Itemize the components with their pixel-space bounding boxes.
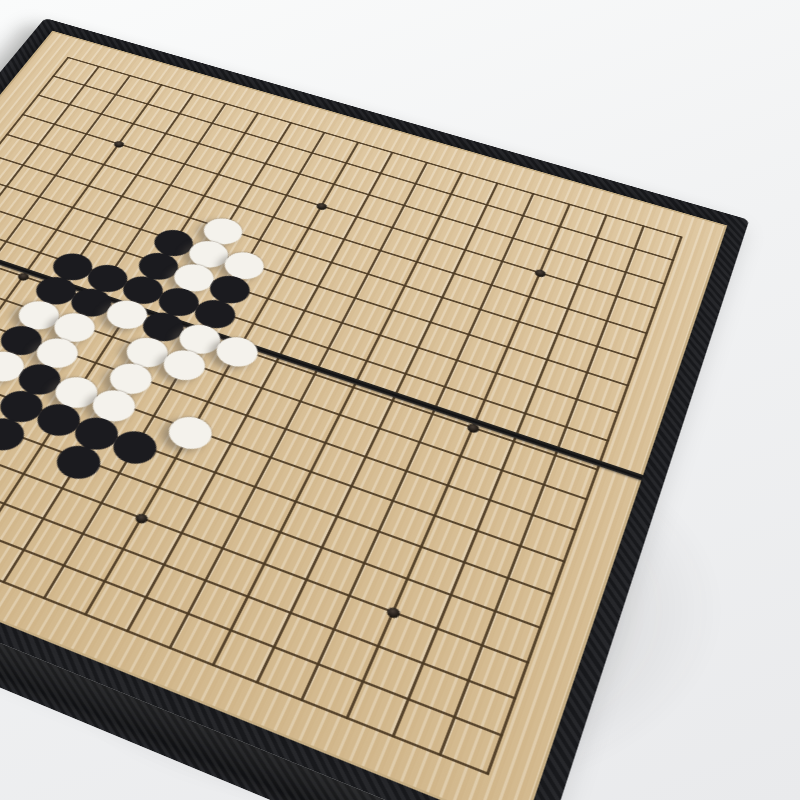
stone-white[interactable]: ●	[170, 314, 233, 360]
grid-col-line	[0, 66, 100, 492]
star-point	[385, 605, 401, 619]
star-point	[112, 140, 125, 148]
grid-col-line	[0, 93, 194, 536]
star-point	[133, 512, 149, 524]
stone-white[interactable]: ●	[100, 352, 165, 400]
grid-col-line	[126, 152, 393, 633]
grid-row-line	[0, 241, 599, 470]
stone-black[interactable]: ●	[133, 302, 196, 347]
grid-col-line	[169, 162, 428, 649]
star-point	[315, 202, 328, 211]
grid-row-line	[0, 391, 529, 664]
stone-white[interactable]: ●	[27, 327, 92, 374]
grid-row-line	[0, 265, 588, 501]
stone-white[interactable]: ●	[83, 378, 149, 427]
stone-black[interactable]: ●	[65, 405, 132, 456]
stone-white[interactable]: ●	[45, 365, 111, 414]
stone-white[interactable]: ●	[216, 242, 276, 284]
stone-white[interactable]: ●	[159, 405, 226, 456]
stone-black[interactable]: ●	[27, 392, 94, 442]
stone-white[interactable]: ●	[180, 231, 240, 273]
stone-black[interactable]: ●	[62, 278, 125, 322]
grid-col-line	[212, 172, 463, 666]
grid-row-line	[0, 338, 554, 595]
stone-white[interactable]: ●	[117, 327, 181, 374]
stone-white[interactable]: ●	[0, 340, 38, 387]
stone-white[interactable]: ●	[9, 290, 73, 335]
grid-col-line	[256, 182, 499, 683]
grid-row-line	[22, 114, 657, 309]
stone-black[interactable]: ●	[26, 267, 89, 311]
stone-white[interactable]: ●	[44, 302, 108, 347]
grid-row-line	[6, 134, 648, 334]
grid-col-line	[0, 75, 131, 506]
grid-row-line	[0, 154, 638, 360]
grid-row-line	[0, 288, 577, 531]
stone-black[interactable]: ●	[46, 433, 115, 485]
stone-black[interactable]: ●	[44, 243, 106, 285]
stone-black[interactable]: ●	[201, 265, 262, 309]
grid-col-line	[43, 132, 326, 599]
grid-row-line	[37, 94, 665, 284]
grid-col-line	[392, 214, 608, 737]
grid-row-line	[67, 57, 682, 238]
grid-row-line	[0, 418, 516, 700]
stone-black[interactable]: ●	[78, 255, 140, 298]
stone-white[interactable]: ●	[165, 254, 226, 297]
grid-row-line	[0, 219, 609, 442]
stone-black[interactable]: ●	[149, 278, 211, 322]
grid-col-line	[346, 204, 571, 720]
fold-hinge	[0, 224, 643, 480]
stone-black[interactable]: ●	[186, 289, 248, 334]
stone-white[interactable]: ●	[97, 290, 160, 335]
grid-col-line	[84, 142, 359, 616]
grid-row-line	[0, 175, 629, 386]
star-point	[16, 272, 30, 282]
star-point	[533, 268, 546, 278]
stone-black[interactable]: ●	[8, 353, 74, 401]
star-point	[466, 422, 480, 433]
stone-black[interactable]: ●	[130, 243, 191, 285]
grid-row-line	[0, 197, 619, 414]
stone-black[interactable]: ●	[103, 419, 171, 470]
stone-white[interactable]: ●	[154, 339, 218, 386]
stone-white[interactable]: ●	[195, 209, 254, 250]
grid-col-line	[300, 193, 534, 701]
grid-row-line	[52, 75, 674, 261]
grid-col-line	[2, 122, 292, 583]
grid-row-line	[0, 313, 566, 563]
grid-col-line	[0, 84, 162, 521]
stone-white[interactable]: ●	[207, 326, 270, 373]
stone-black[interactable]: ●	[0, 406, 39, 457]
stone-black[interactable]: ●	[0, 379, 57, 428]
grid-col-line	[0, 103, 226, 552]
star-point	[232, 344, 246, 354]
grid-col-line	[0, 57, 69, 477]
stone-black[interactable]: ●	[0, 328, 2, 375]
grid-col-line	[0, 112, 259, 567]
stone-black[interactable]: ●	[145, 220, 205, 261]
grid-row-line	[0, 364, 542, 629]
stone-black[interactable]: ●	[0, 315, 56, 361]
stone-black[interactable]: ●	[114, 266, 176, 310]
photo-scene: ●●●●●●●●●●●●●●●●●●●●●●●●●●●●●●●●●●●●●	[0, 0, 800, 800]
